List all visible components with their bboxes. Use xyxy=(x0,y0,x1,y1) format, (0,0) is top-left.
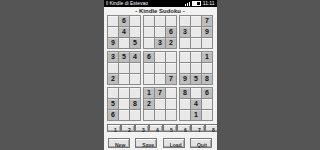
sudoku-cell-r7c8[interactable] xyxy=(191,88,201,98)
sudoku-cell-r5c9[interactable] xyxy=(202,63,212,73)
sudoku-block-1-1: 67 xyxy=(143,51,177,85)
sudoku-block-2-2: 8641 xyxy=(179,87,213,121)
sudoku-cell-r5c1[interactable] xyxy=(108,63,118,73)
sudoku-cell-r2c9[interactable]: 9 xyxy=(202,27,212,37)
sudoku-cell-r9c2[interactable] xyxy=(119,110,129,120)
kindle-screen: Il Kindle di Estevao 11:11 - Kindle Sudo… xyxy=(104,0,217,150)
sudoku-cell-r1c8[interactable] xyxy=(191,16,201,26)
sudoku-cell-r4c8[interactable] xyxy=(191,52,201,62)
sudoku-cell-r2c3[interactable] xyxy=(130,27,140,37)
sudoku-block-0-1: 632 xyxy=(143,15,177,49)
sudoku-cell-r2c6[interactable]: 6 xyxy=(166,27,176,37)
sudoku-cell-r2c4[interactable] xyxy=(144,27,154,37)
sudoku-cell-r5c5[interactable] xyxy=(155,63,165,73)
page-title: - Kindle Sudoku - xyxy=(104,7,217,15)
battery-icon xyxy=(192,1,201,6)
sudoku-cell-r5c7[interactable] xyxy=(180,63,190,73)
number-button-7[interactable]: 7 xyxy=(191,124,205,132)
sudoku-cell-r8c1[interactable]: 5 xyxy=(108,99,118,109)
sudoku-cell-r2c1[interactable] xyxy=(108,27,118,37)
sudoku-cell-r8c3[interactable]: 8 xyxy=(130,99,140,109)
number-button-4[interactable]: 4 xyxy=(149,124,163,132)
save-button[interactable]: Save xyxy=(135,138,157,148)
sudoku-board: 649563273935426719585861728641 xyxy=(107,15,213,121)
quit-button[interactable]: Quit xyxy=(190,138,212,148)
sudoku-block-0-0: 6495 xyxy=(107,15,141,49)
sudoku-cell-r9c7[interactable] xyxy=(180,110,190,120)
sudoku-cell-r5c6[interactable] xyxy=(166,63,176,73)
sudoku-cell-r8c5[interactable] xyxy=(155,99,165,109)
sudoku-block-2-0: 586 xyxy=(107,87,141,121)
sudoku-cell-r4c1[interactable]: 3 xyxy=(108,52,118,62)
status-bar-right: 11:11 xyxy=(185,0,215,7)
sudoku-cell-r4c7[interactable] xyxy=(180,52,190,62)
sudoku-cell-r2c5[interactable] xyxy=(155,27,165,37)
sudoku-cell-r1c5[interactable] xyxy=(155,16,165,26)
sudoku-cell-r1c4[interactable] xyxy=(144,16,154,26)
load-button[interactable]: Load xyxy=(163,138,185,148)
sudoku-cell-r8c8[interactable]: 4 xyxy=(191,99,201,109)
sudoku-cell-r2c2[interactable]: 4 xyxy=(119,27,129,37)
sudoku-cell-r4c4[interactable]: 6 xyxy=(144,52,154,62)
sudoku-cell-r3c5[interactable]: 3 xyxy=(155,38,165,48)
sudoku-cell-r5c3[interactable] xyxy=(130,63,140,73)
sudoku-cell-r6c7[interactable]: 9 xyxy=(180,74,190,84)
sudoku-cell-r9c4[interactable] xyxy=(144,110,154,120)
sudoku-cell-r6c4[interactable] xyxy=(144,74,154,84)
sudoku-cell-r6c5[interactable] xyxy=(155,74,165,84)
sudoku-block-0-2: 739 xyxy=(179,15,213,49)
sudoku-cell-r1c1[interactable] xyxy=(108,16,118,26)
number-button-8[interactable]: 8 xyxy=(205,124,217,132)
sudoku-cell-r7c9[interactable]: 6 xyxy=(202,88,212,98)
sudoku-cell-r8c9[interactable] xyxy=(202,99,212,109)
sudoku-cell-r9c1[interactable]: 6 xyxy=(108,110,118,120)
sudoku-cell-r1c2[interactable]: 6 xyxy=(119,16,129,26)
sudoku-cell-r4c2[interactable]: 5 xyxy=(119,52,129,62)
sudoku-cell-r9c9[interactable] xyxy=(202,110,212,120)
sudoku-cell-r3c8[interactable] xyxy=(191,38,201,48)
sudoku-cell-r6c3[interactable] xyxy=(130,74,140,84)
sudoku-cell-r4c9[interactable]: 1 xyxy=(202,52,212,62)
number-button-2[interactable]: 2 xyxy=(121,124,135,132)
sudoku-cell-r1c3[interactable] xyxy=(130,16,140,26)
sudoku-cell-r3c4[interactable] xyxy=(144,38,154,48)
sudoku-cell-r3c1[interactable]: 9 xyxy=(108,38,118,48)
sudoku-cell-r8c7[interactable] xyxy=(180,99,190,109)
sudoku-cell-r5c2[interactable] xyxy=(119,63,129,73)
sudoku-cell-r7c4[interactable]: 1 xyxy=(144,88,154,98)
sudoku-block-2-1: 172 xyxy=(143,87,177,121)
sudoku-cell-r1c9[interactable]: 7 xyxy=(202,16,212,26)
action-button-row: NewSaveLoadQuit xyxy=(107,138,213,148)
sudoku-cell-r1c7[interactable] xyxy=(180,16,190,26)
sudoku-cell-r3c2[interactable] xyxy=(119,38,129,48)
sudoku-cell-r8c6[interactable] xyxy=(166,99,176,109)
sudoku-cell-r6c1[interactable]: 2 xyxy=(108,74,118,84)
sudoku-cell-r3c9[interactable] xyxy=(202,38,212,48)
sudoku-cell-r6c8[interactable]: 5 xyxy=(191,74,201,84)
sudoku-cell-r7c7[interactable]: 8 xyxy=(180,88,190,98)
sudoku-cell-r4c5[interactable] xyxy=(155,52,165,62)
sudoku-cell-r3c6[interactable]: 2 xyxy=(166,38,176,48)
number-button-1[interactable]: 1 xyxy=(107,124,121,132)
sudoku-cell-r8c4[interactable]: 2 xyxy=(144,99,154,109)
sudoku-cell-r7c3[interactable] xyxy=(130,88,140,98)
sudoku-cell-r9c6[interactable] xyxy=(166,110,176,120)
sudoku-cell-r7c1[interactable] xyxy=(108,88,118,98)
sudoku-cell-r6c9[interactable]: 8 xyxy=(202,74,212,84)
signal-icon xyxy=(185,2,190,6)
new-button[interactable]: New xyxy=(108,138,130,148)
sudoku-cell-r8c2[interactable] xyxy=(119,99,129,109)
sudoku-cell-r5c4[interactable] xyxy=(144,63,154,73)
sudoku-block-1-0: 3542 xyxy=(107,51,141,85)
sudoku-cell-r9c3[interactable] xyxy=(130,110,140,120)
sudoku-cell-r2c8[interactable] xyxy=(191,27,201,37)
sudoku-cell-r9c8[interactable]: 1 xyxy=(191,110,201,120)
sudoku-cell-r7c6[interactable] xyxy=(166,88,176,98)
number-button-row: 123456789X xyxy=(107,124,213,132)
number-button-5[interactable]: 5 xyxy=(163,124,177,132)
sudoku-cell-r3c7[interactable] xyxy=(180,38,190,48)
sudoku-cell-r7c2[interactable] xyxy=(119,88,129,98)
sudoku-cell-r4c6[interactable] xyxy=(166,52,176,62)
number-button-6[interactable]: 6 xyxy=(177,124,191,132)
number-button-3[interactable]: 3 xyxy=(135,124,149,132)
sudoku-cell-r5c8[interactable] xyxy=(191,63,201,73)
sudoku-cell-r7c5[interactable]: 7 xyxy=(155,88,165,98)
sudoku-cell-r1c6[interactable] xyxy=(166,16,176,26)
sudoku-cell-r2c7[interactable]: 3 xyxy=(180,27,190,37)
sudoku-cell-r4c3[interactable]: 4 xyxy=(130,52,140,62)
clock-time: 11:11 xyxy=(203,0,215,7)
device-name: Il Kindle di Estevao xyxy=(106,0,149,7)
sudoku-block-1-2: 1958 xyxy=(179,51,213,85)
sudoku-cell-r6c2[interactable] xyxy=(119,74,129,84)
status-bar: Il Kindle di Estevao 11:11 xyxy=(104,0,217,7)
sudoku-cell-r9c5[interactable] xyxy=(155,110,165,120)
sudoku-cell-r6c6[interactable]: 7 xyxy=(166,74,176,84)
sudoku-cell-r3c3[interactable]: 5 xyxy=(130,38,140,48)
